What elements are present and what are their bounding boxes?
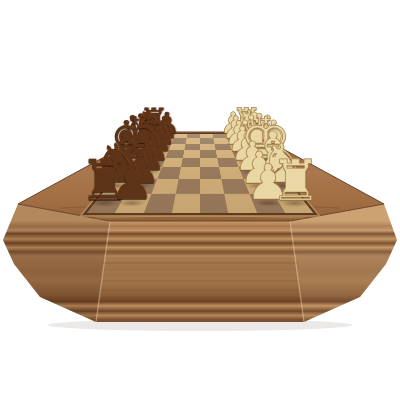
skirt-left-shade [3,204,110,322]
square-g5[interactable] [176,179,200,194]
square-g4[interactable] [200,179,224,194]
square-g6[interactable] [151,179,178,194]
square-h5[interactable] [172,194,200,213]
square-d5[interactable] [183,150,200,158]
square-d4[interactable] [200,150,217,158]
square-f6[interactable] [157,167,181,179]
square-e4[interactable] [200,158,219,167]
square-e5[interactable] [181,158,200,167]
square-d6[interactable] [165,150,184,158]
product-photo-scene: ♜♟♟♜♞♟♟♞♝♟♟♝♛♟♟♛♚♟♟♚♝♟♟♝♞♟♟♞♜♟♟♜ [0,0,400,400]
square-f5[interactable] [178,167,200,179]
square-d1[interactable] [248,150,270,158]
skirt-right-shade [290,204,397,322]
square-e6[interactable] [162,158,183,167]
square-f4[interactable] [200,167,222,179]
